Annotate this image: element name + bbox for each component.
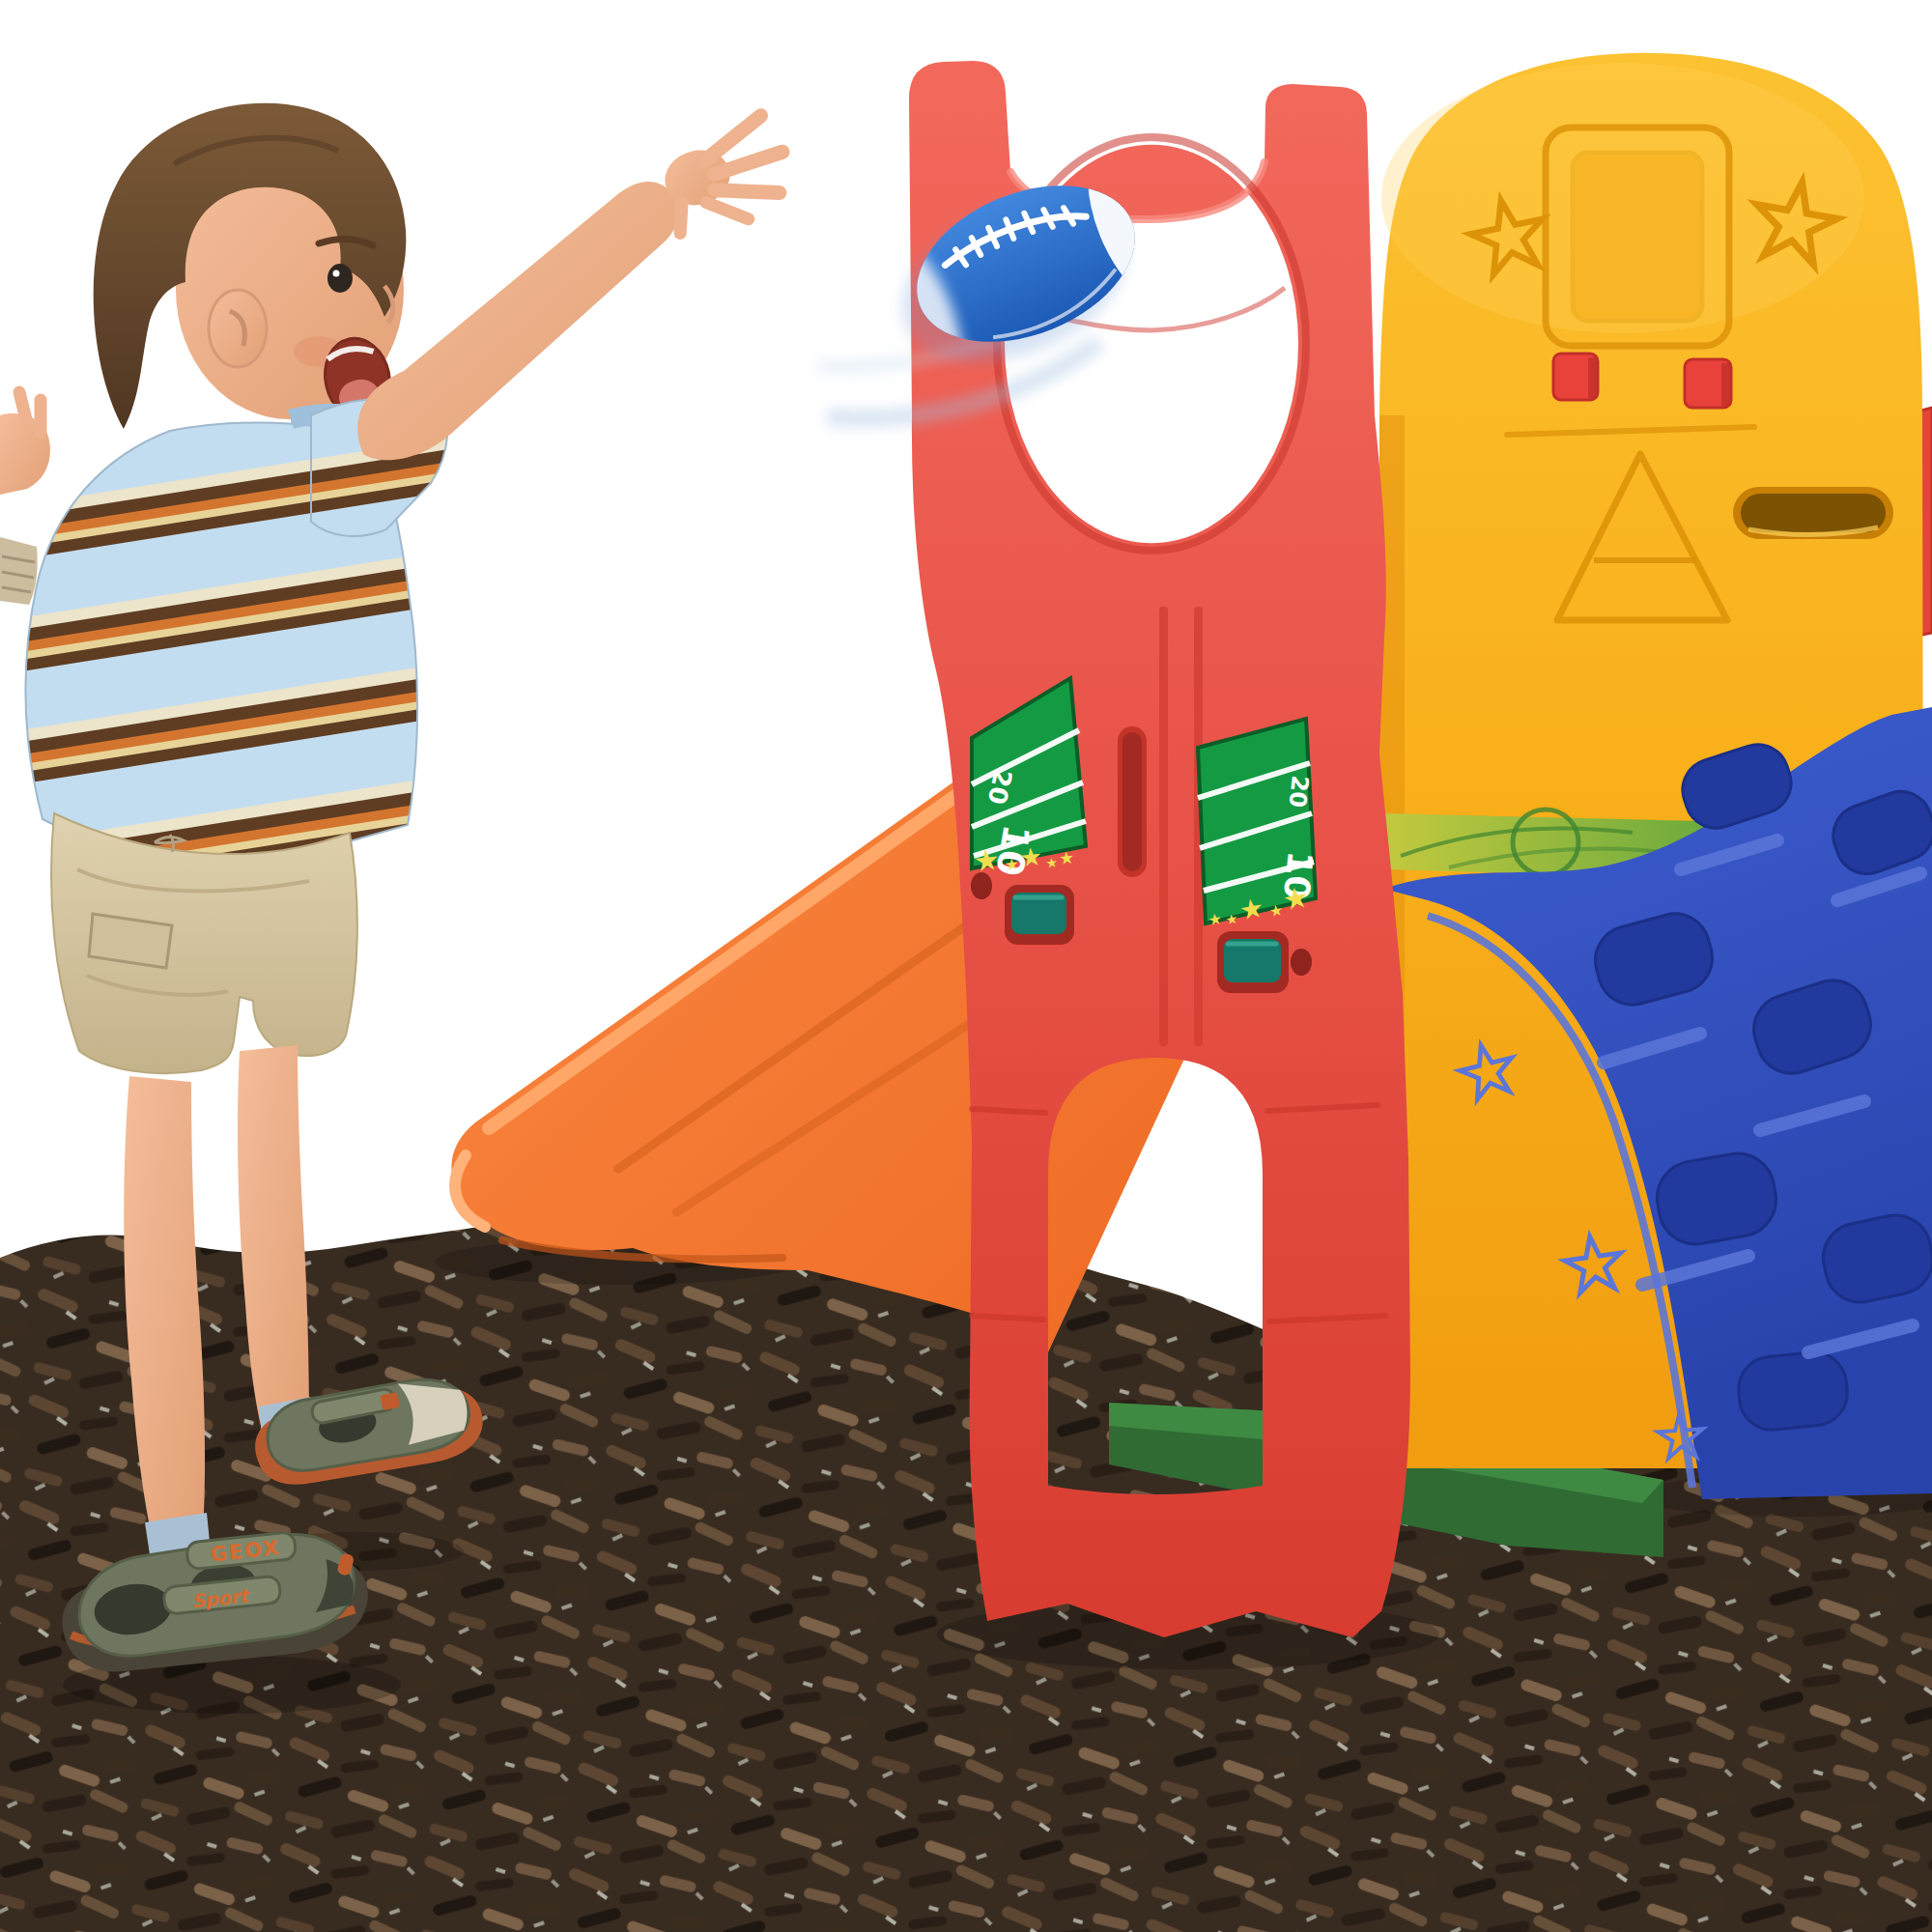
yardline-sticker-right: 20 10 ★ ★ ★ ★ ★ [1198,719,1321,933]
center-ridge-left [1159,607,1168,1046]
boy-eye-glint [333,270,340,277]
boy-cuff [0,537,38,605]
screw-hole-right [1291,949,1312,976]
star-icon: ★ [1018,841,1043,872]
grip-slot [1118,726,1147,877]
star-icon: ★ [1058,847,1075,869]
star-icon: ★ [972,842,1001,879]
star-icon: ★ [1045,854,1059,870]
photo-stage: 20 10 ★ ★ ★ ★ ★ 20 10 ★ ★ ★ [0,0,1932,1932]
red-peg-right [1685,359,1731,408]
score-lever-left [1005,885,1074,945]
yard-20-right: 20 [1284,774,1314,809]
boy-eye [327,264,353,293]
scene-canvas: 20 10 ★ ★ ★ ★ ★ 20 10 ★ ★ ★ [0,0,1932,1932]
star-icon: ★ [1004,855,1019,874]
tower-grip-slot [1733,487,1893,539]
red-peg-left [1553,354,1598,400]
boy-ear [209,290,267,367]
backboard-emboss-inner [1573,153,1702,321]
score-lever-right [1217,931,1289,993]
